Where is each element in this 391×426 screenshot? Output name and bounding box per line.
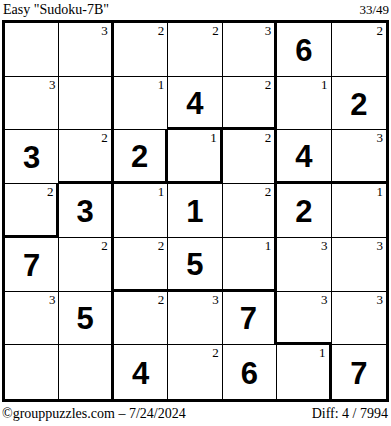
puzzle-title: Easy "Sudoku-7B" — [3, 2, 109, 18]
cell-r1c1[interactable] — [5, 23, 59, 77]
given-digit: 2 — [295, 196, 312, 227]
footer: ©grouppuzzles.com – 7/24/2024 Diff: 4 / … — [0, 402, 391, 422]
corner-clue: 3 — [321, 292, 328, 307]
cell-r4c5[interactable]: 2 — [223, 184, 277, 238]
corner-clue: 2 — [265, 184, 272, 199]
cell-r2c2[interactable] — [59, 77, 113, 131]
cell-r3c1[interactable]: 3 — [5, 130, 59, 184]
cell-r4c3[interactable]: 1 — [114, 184, 168, 238]
cell-r3c4[interactable]: 1 — [168, 130, 222, 184]
corner-clue: 2 — [212, 345, 219, 360]
corner-clue: 2 — [265, 77, 272, 92]
cell-r5c1[interactable]: 7 — [5, 238, 59, 292]
cell-r3c3[interactable]: 2 — [114, 130, 168, 184]
cell-r3c2[interactable]: 2 — [59, 130, 113, 184]
difficulty-label: Diff: 4 / 7994 — [312, 406, 388, 422]
given-digit: 4 — [186, 88, 203, 119]
given-digit: 4 — [295, 141, 312, 172]
cell-r4c1[interactable]: 2 — [5, 184, 59, 238]
given-digit: 2 — [131, 141, 148, 172]
cell-r4c6[interactable]: 2 — [277, 184, 331, 238]
corner-clue: 1 — [210, 130, 217, 145]
corner-clue: 3 — [212, 292, 219, 307]
cell-r3c5[interactable]: 2 — [223, 130, 277, 184]
cell-r2c4[interactable]: 4 — [168, 77, 222, 131]
cell-r1c3[interactable]: 2 — [114, 23, 168, 77]
corner-clue: 1 — [158, 184, 165, 199]
given-digit: 4 — [132, 358, 149, 389]
cell-r2c6[interactable]: 1 — [277, 77, 331, 131]
given-digit: 1 — [186, 196, 203, 227]
corner-clue: 2 — [212, 23, 219, 38]
cell-r6c7[interactable]: 3 — [332, 292, 386, 346]
corner-clue: 2 — [265, 130, 272, 145]
cell-r3c7[interactable]: 3 — [332, 130, 386, 184]
given-digit: 2 — [350, 89, 367, 120]
corner-clue: 2 — [376, 23, 383, 38]
cell-r1c4[interactable]: 2 — [168, 23, 222, 77]
cell-r2c5[interactable]: 2 — [223, 77, 277, 131]
cell-r4c4[interactable]: 1 — [168, 184, 222, 238]
corner-clue: 3 — [376, 130, 383, 145]
cell-r7c5[interactable]: 6 — [223, 345, 277, 399]
given-digit: 7 — [350, 358, 367, 389]
given-digit: 6 — [241, 358, 258, 389]
given-digit: 3 — [23, 142, 40, 173]
given-digit: 6 — [295, 35, 312, 66]
cell-r4c7[interactable]: 1 — [332, 184, 386, 238]
cell-r2c1[interactable]: 3 — [5, 77, 59, 131]
corner-clue: 2 — [101, 238, 108, 253]
cell-r1c5[interactable]: 3 — [223, 23, 277, 77]
corner-clue: 2 — [47, 184, 54, 199]
header: Easy "Sudoku-7B" 33/49 — [0, 0, 391, 20]
cell-r1c7[interactable]: 2 — [332, 23, 386, 77]
cell-r5c6[interactable]: 3 — [277, 238, 331, 292]
cell-r7c4[interactable]: 2 — [168, 345, 222, 399]
corner-clue: 1 — [319, 345, 326, 360]
corner-clue: 2 — [158, 238, 165, 253]
cell-r7c6[interactable]: 1 — [277, 345, 331, 399]
corner-clue: 3 — [376, 238, 383, 253]
corner-clue: 3 — [321, 238, 328, 253]
given-digit: 7 — [240, 303, 257, 334]
corner-clue: 1 — [376, 184, 383, 199]
cell-r6c3[interactable]: 2 — [114, 292, 168, 346]
corner-clue: 3 — [101, 23, 108, 38]
corner-clue: 1 — [265, 238, 272, 253]
cell-r5c4[interactable]: 5 — [168, 238, 222, 292]
cell-r7c3[interactable]: 4 — [114, 345, 168, 399]
corner-clue: 2 — [158, 292, 165, 307]
cell-r1c6[interactable]: 6 — [277, 23, 331, 77]
cell-r6c5[interactable]: 7 — [223, 292, 277, 346]
cell-r1c2[interactable]: 3 — [59, 23, 113, 77]
cell-r7c1[interactable] — [5, 345, 59, 399]
cell-r6c4[interactable]: 3 — [168, 292, 222, 346]
cell-r2c7[interactable]: 2 — [332, 77, 386, 131]
cell-r6c1[interactable]: 3 — [5, 292, 59, 346]
given-digit: 3 — [77, 196, 94, 227]
copyright-date: ©grouppuzzles.com – 7/24/2024 — [2, 406, 186, 422]
corner-clue: 1 — [158, 77, 165, 92]
cell-r5c2[interactable]: 2 — [59, 238, 113, 292]
sudoku-board: 3223623142123221243231122172251333523733… — [2, 20, 389, 402]
cell-r2c3[interactable]: 1 — [114, 77, 168, 131]
given-digit: 7 — [23, 250, 40, 281]
cell-r3c6[interactable]: 4 — [277, 130, 331, 184]
corner-clue: 3 — [49, 292, 56, 307]
cell-r5c7[interactable]: 3 — [332, 238, 386, 292]
corner-clue: 2 — [158, 23, 165, 38]
cells-remaining-counter: 33/49 — [359, 2, 389, 18]
corner-clue: 3 — [265, 23, 272, 38]
given-digit: 5 — [77, 303, 94, 334]
given-digit: 5 — [186, 249, 203, 280]
cell-r5c5[interactable]: 1 — [223, 238, 277, 292]
corner-clue: 1 — [321, 77, 328, 92]
cell-r6c2[interactable]: 5 — [59, 292, 113, 346]
cell-r7c7[interactable]: 7 — [332, 345, 386, 399]
corner-clue: 2 — [101, 130, 108, 145]
cell-r7c2[interactable] — [59, 345, 113, 399]
cell-r5c3[interactable]: 2 — [114, 238, 168, 292]
corner-clue: 3 — [376, 292, 383, 307]
corner-clue: 3 — [49, 77, 56, 92]
cell-r4c2[interactable]: 3 — [59, 184, 113, 238]
cell-r6c6[interactable]: 3 — [277, 292, 331, 346]
